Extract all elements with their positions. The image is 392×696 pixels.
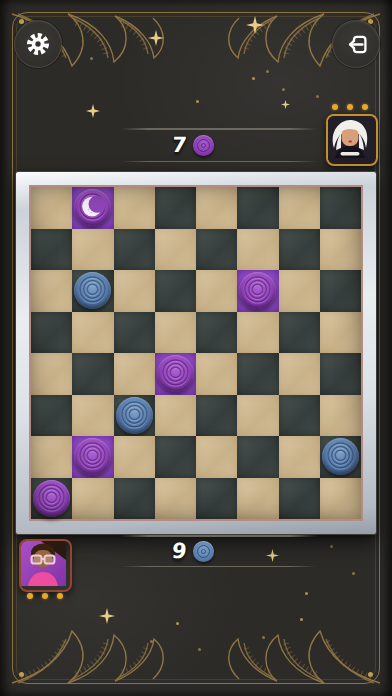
square-r1c3[interactable] — [155, 229, 196, 271]
gold-speck — [316, 95, 319, 98]
gold-speck — [305, 592, 308, 595]
gold-speck — [266, 70, 269, 73]
square-r4c4[interactable] — [196, 353, 237, 395]
blue-checker-icon — [193, 541, 214, 562]
square-r3c2[interactable] — [114, 312, 155, 354]
square-r7c0[interactable] — [31, 478, 72, 520]
square-r1c0[interactable] — [31, 229, 72, 271]
square-r5c4[interactable] — [196, 395, 237, 437]
opponent-capture-counter: 7 — [121, 128, 317, 162]
board-grid — [31, 187, 361, 519]
square-r2c4[interactable] — [196, 270, 237, 312]
square-r0c6[interactable] — [279, 187, 320, 229]
gold-speck — [352, 572, 355, 575]
square-r5c7[interactable] — [320, 395, 361, 437]
frame-corner-dot — [19, 19, 24, 24]
square-r3c3[interactable] — [155, 312, 196, 354]
frame-corner-dot — [368, 672, 373, 677]
gold-speck — [282, 88, 285, 91]
square-r1c6[interactable] — [279, 229, 320, 271]
gold-speck — [300, 618, 303, 621]
square-r1c5[interactable] — [237, 229, 278, 271]
square-r6c7[interactable] — [320, 436, 361, 478]
gold-speck — [262, 636, 265, 639]
square-r0c5[interactable] — [237, 187, 278, 229]
purple-man-piece[interactable] — [33, 480, 70, 517]
sparkle-star — [246, 16, 264, 34]
player-capture-count: 9 — [170, 539, 187, 563]
square-r5c1[interactable] — [72, 395, 113, 437]
square-r6c1[interactable] — [72, 436, 113, 478]
square-r3c0[interactable] — [31, 312, 72, 354]
square-r5c5[interactable] — [237, 395, 278, 437]
square-r0c2[interactable] — [114, 187, 155, 229]
sparkle-star — [86, 104, 100, 118]
purple-man-piece[interactable] — [74, 438, 111, 475]
square-r2c5[interactable] — [237, 270, 278, 312]
purple-king-piece[interactable] — [74, 189, 111, 226]
square-r0c3[interactable] — [155, 187, 196, 229]
sparkle-star — [99, 608, 115, 624]
gold-speck — [196, 100, 199, 103]
settings-button[interactable] — [14, 20, 62, 68]
square-r0c4[interactable] — [196, 187, 237, 229]
gold-speck — [330, 545, 333, 548]
square-r1c2[interactable] — [114, 229, 155, 271]
pip-dot — [347, 104, 353, 110]
square-r6c2[interactable] — [114, 436, 155, 478]
player-capture-counter: 9 — [121, 535, 317, 567]
square-r7c6[interactable] — [279, 478, 320, 520]
square-r5c0[interactable] — [31, 395, 72, 437]
frame-corner-dot — [19, 672, 24, 677]
pip-dot — [362, 104, 368, 110]
square-r4c7[interactable] — [320, 353, 361, 395]
square-r4c5[interactable] — [237, 353, 278, 395]
divider-line — [121, 128, 317, 130]
square-r4c2[interactable] — [114, 353, 155, 395]
square-r2c7[interactable] — [320, 270, 361, 312]
square-r3c7[interactable] — [320, 312, 361, 354]
gold-speck — [90, 57, 93, 60]
opponent-avatar — [326, 114, 378, 166]
square-r3c6[interactable] — [279, 312, 320, 354]
gold-speck — [176, 622, 179, 625]
square-r5c3[interactable] — [155, 395, 196, 437]
square-r5c2[interactable] — [114, 395, 155, 437]
pip-dot — [27, 593, 33, 599]
board-inner-trim — [29, 185, 363, 521]
square-r0c0[interactable] — [31, 187, 72, 229]
square-r7c1[interactable] — [72, 478, 113, 520]
blue-man-piece[interactable] — [116, 397, 153, 434]
square-r7c3[interactable] — [155, 478, 196, 520]
divider-line — [121, 161, 317, 163]
square-r1c7[interactable] — [320, 229, 361, 271]
square-r6c4[interactable] — [196, 436, 237, 478]
square-r4c6[interactable] — [279, 353, 320, 395]
square-r7c7[interactable] — [320, 478, 361, 520]
sparkle-star — [281, 100, 290, 109]
game-screen: 7 9 — [0, 0, 392, 696]
square-r0c7[interactable] — [320, 187, 361, 229]
square-r6c0[interactable] — [31, 436, 72, 478]
square-r7c2[interactable] — [114, 478, 155, 520]
square-r3c1[interactable] — [72, 312, 113, 354]
square-r6c6[interactable] — [279, 436, 320, 478]
player-avatar — [19, 539, 72, 592]
square-r5c6[interactable] — [279, 395, 320, 437]
divider-line — [121, 566, 317, 568]
square-r7c5[interactable] — [237, 478, 278, 520]
opponent-pips — [332, 104, 368, 110]
blue-man-piece[interactable] — [74, 272, 111, 309]
checkers-board — [15, 171, 377, 535]
gold-speck — [198, 648, 201, 651]
opponent-capture-count: 7 — [170, 133, 187, 157]
feather-cloud-decoration — [210, 581, 382, 685]
pip-dot — [57, 593, 63, 599]
square-r2c6[interactable] — [279, 270, 320, 312]
square-r4c1[interactable] — [72, 353, 113, 395]
gold-speck — [150, 640, 153, 643]
square-r7c4[interactable] — [196, 478, 237, 520]
gold-speck — [252, 77, 255, 80]
player-pips — [27, 593, 63, 599]
square-r1c1[interactable] — [72, 229, 113, 271]
pip-dot — [42, 593, 48, 599]
purple-man-piece[interactable] — [157, 355, 194, 392]
sparkle-star — [148, 30, 164, 46]
square-r6c3[interactable] — [155, 436, 196, 478]
square-r4c3[interactable] — [155, 353, 196, 395]
square-r2c3[interactable] — [155, 270, 196, 312]
square-r1c4[interactable] — [196, 229, 237, 271]
divider-line — [121, 535, 317, 537]
square-r2c2[interactable] — [114, 270, 155, 312]
gear-icon — [25, 31, 51, 57]
exit-button[interactable] — [332, 20, 380, 68]
blue-man-piece[interactable] — [322, 438, 359, 475]
square-r2c1[interactable] — [72, 270, 113, 312]
pip-dot — [332, 104, 338, 110]
exit-door-arrow-icon — [343, 31, 370, 58]
square-r3c4[interactable] — [196, 312, 237, 354]
square-r3c5[interactable] — [237, 312, 278, 354]
purple-checker-icon — [193, 135, 214, 156]
square-r6c5[interactable] — [237, 436, 278, 478]
square-r2c0[interactable] — [31, 270, 72, 312]
square-r0c1[interactable] — [72, 187, 113, 229]
square-r4c0[interactable] — [31, 353, 72, 395]
purple-man-piece[interactable] — [239, 272, 276, 309]
